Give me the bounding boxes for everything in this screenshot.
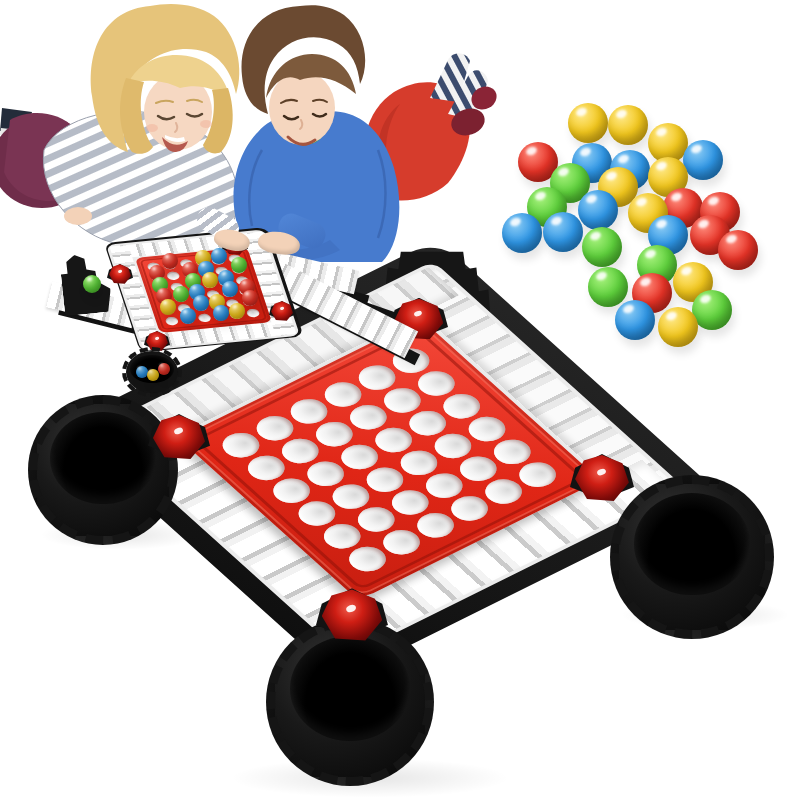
board-hole [318, 377, 369, 411]
board-hole [334, 439, 385, 473]
board-hole [352, 360, 403, 394]
board-hole [487, 434, 538, 468]
board-hole [266, 473, 317, 507]
red-marble [162, 253, 178, 269]
board-hole [385, 485, 436, 519]
board-hole [326, 479, 377, 513]
cup-opening [50, 412, 156, 504]
board-hole [343, 400, 394, 434]
board-hole [478, 474, 529, 508]
yellow-marble [160, 299, 176, 315]
blue-marble [683, 140, 723, 180]
board-hole [241, 450, 292, 484]
board-hole [197, 313, 212, 322]
board-hole [402, 406, 453, 440]
blue-marble [193, 295, 209, 311]
blue-marble [543, 212, 583, 252]
cup-opening [634, 493, 751, 595]
board-hole [309, 417, 360, 451]
board-hole [165, 316, 180, 325]
red-marble [718, 230, 758, 270]
board-hole [300, 456, 351, 490]
board-hole [411, 366, 462, 400]
board-hole [419, 468, 470, 502]
yellow-marble [608, 105, 648, 145]
red-gem-bottom [316, 586, 388, 644]
board-hole [410, 508, 461, 542]
green-marble [83, 275, 101, 293]
board-hole [216, 428, 267, 462]
board-hole [444, 491, 495, 525]
product-photo-scene [0, 0, 800, 800]
board-hole [368, 422, 419, 456]
blue-marble [222, 281, 238, 297]
yellow-marble [568, 103, 608, 143]
board-hole [453, 451, 504, 485]
board-hole [436, 389, 487, 423]
red-gem-right [570, 452, 634, 504]
board-hole [275, 433, 326, 467]
green-marble [588, 267, 628, 307]
small-gem [269, 300, 295, 322]
gem-crystal [153, 415, 205, 459]
red-gem-left [148, 412, 210, 462]
gem-crystal [322, 589, 383, 640]
board-hole [428, 428, 479, 462]
board-hole [377, 383, 428, 417]
yellow-marble [658, 307, 698, 347]
board-hole [462, 411, 513, 445]
board-hole [245, 308, 260, 317]
cup-opening [290, 636, 410, 741]
blue-marble [502, 213, 542, 253]
board-hole [376, 525, 427, 559]
blue-marble [578, 190, 618, 230]
green-marble [692, 290, 732, 330]
board-hole [342, 541, 393, 575]
tower-cup-right [610, 475, 774, 639]
board-hole [394, 445, 445, 479]
board-hole [351, 502, 402, 536]
blue-marble [213, 305, 229, 321]
board-hole [317, 519, 368, 553]
board-hole [512, 457, 563, 491]
blue-marble [211, 248, 227, 264]
board-hole [250, 411, 301, 445]
board-hole [166, 271, 181, 280]
yellow-marble [147, 369, 159, 381]
blue-marble [180, 308, 196, 324]
board-hole [292, 496, 343, 530]
gem-crystal [575, 455, 629, 501]
board-hole [284, 394, 335, 428]
green-marble [173, 286, 189, 302]
small-gem [107, 263, 133, 285]
yellow-marble [202, 272, 218, 288]
board-hole [360, 462, 411, 496]
green-marble [582, 227, 622, 267]
red-marble [158, 363, 170, 375]
blue-marble [615, 300, 655, 340]
